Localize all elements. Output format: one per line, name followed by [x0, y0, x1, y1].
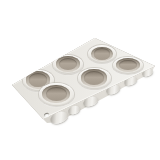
pit-wall	[81, 69, 107, 86]
pit-wall	[56, 56, 80, 72]
product-photo-stage	[0, 0, 160, 160]
pit-floor	[119, 60, 137, 71]
pit-floor	[59, 58, 77, 70]
pit-near-3	[113, 57, 143, 74]
pit-far-3	[88, 45, 116, 63]
pit-wall	[116, 58, 140, 72]
pit-near-2	[78, 68, 111, 89]
pit-floor	[94, 48, 111, 59]
pit-near-1	[39, 83, 74, 106]
pit-wall	[91, 47, 113, 62]
pit-floor	[84, 71, 104, 84]
pit-floor	[46, 87, 67, 101]
pit-wall	[42, 85, 70, 104]
